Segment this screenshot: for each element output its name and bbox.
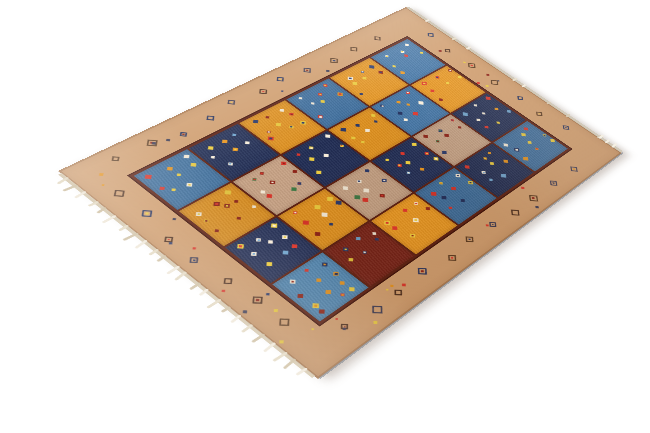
square-dot-motif xyxy=(289,126,293,129)
square-dot-motif xyxy=(355,195,360,199)
dot-center xyxy=(345,249,348,251)
square-dot-motif xyxy=(245,141,249,144)
square-dot-motif xyxy=(425,152,429,155)
square-dot-motif xyxy=(322,263,328,267)
dot-center xyxy=(273,224,276,226)
square-dot-motif xyxy=(528,141,532,144)
square-dot-motif xyxy=(303,221,309,225)
square-dot-motif xyxy=(393,65,396,67)
dot-center xyxy=(383,180,385,182)
square-dot-motif xyxy=(320,100,324,103)
square-dot-motif xyxy=(393,226,398,230)
motif-center xyxy=(306,69,308,70)
square-dot-motif xyxy=(324,154,329,157)
square-dot-motif xyxy=(314,205,320,209)
square-dot-motif xyxy=(289,113,293,116)
dot-center xyxy=(362,71,364,72)
square-dot-motif xyxy=(298,182,301,184)
square-dot-motif xyxy=(251,252,257,256)
square-dot-motif xyxy=(267,262,273,266)
border-speck xyxy=(486,224,489,226)
dot-center xyxy=(319,116,322,118)
square-dot-motif xyxy=(448,69,452,72)
dot-center xyxy=(252,253,255,255)
border-diamond-motif xyxy=(536,112,542,116)
motif-center xyxy=(333,60,335,62)
dot-center xyxy=(271,182,274,184)
square-dot-motif xyxy=(343,186,348,190)
square-dot-motif xyxy=(343,248,348,252)
square-dot-motif xyxy=(363,77,367,80)
dot-center xyxy=(365,189,368,191)
dot-center xyxy=(452,188,454,190)
dot-center xyxy=(393,66,395,67)
motif-center xyxy=(573,168,575,169)
dot-center xyxy=(301,122,304,124)
square-dot-motif xyxy=(456,174,461,177)
dot-center xyxy=(229,163,231,165)
border-diamond-motif xyxy=(228,100,235,105)
square-dot-motif xyxy=(224,204,230,208)
square-dot-motif xyxy=(504,160,509,164)
square-dot-motif xyxy=(363,198,368,202)
border-diamond-motif xyxy=(179,132,186,137)
square-dot-motif xyxy=(267,130,271,133)
border-diamond-motif xyxy=(466,236,474,242)
dot-center xyxy=(536,148,538,149)
dot-center xyxy=(464,113,467,115)
square-dot-motif xyxy=(237,244,244,248)
square-dot-motif xyxy=(293,170,297,173)
square-dot-motif xyxy=(397,164,401,167)
border-diamond-motif xyxy=(189,257,198,263)
border-speck xyxy=(281,90,283,92)
dot-center xyxy=(407,92,409,93)
square-dot-motif xyxy=(458,76,462,79)
square-dot-motif xyxy=(309,146,313,149)
square-dot-motif xyxy=(494,108,498,110)
border-speck xyxy=(463,62,466,64)
dot-center xyxy=(381,195,384,197)
square-dot-motif xyxy=(397,101,401,104)
border-diamond-motif xyxy=(111,156,119,161)
square-dot-motif xyxy=(349,258,353,261)
square-dot-motif xyxy=(361,141,364,143)
border-speck xyxy=(311,328,314,330)
dot-center xyxy=(257,239,260,241)
square-dot-motif xyxy=(191,163,197,167)
square-dot-motif xyxy=(412,142,417,145)
square-dot-motif xyxy=(375,238,378,241)
square-dot-motif xyxy=(490,162,494,165)
square-dot-motif xyxy=(234,200,238,203)
square-dot-motif xyxy=(374,120,378,123)
square-dot-motif xyxy=(360,93,363,95)
square-dot-motif xyxy=(406,92,410,95)
square-dot-motif xyxy=(316,278,321,282)
border-speck xyxy=(173,218,177,220)
square-dot-motif xyxy=(413,112,418,116)
dot-center xyxy=(482,171,484,173)
square-dot-motif xyxy=(521,133,526,136)
motif-center xyxy=(182,134,184,135)
border-speck xyxy=(486,74,489,76)
motif-center xyxy=(468,238,470,240)
square-dot-motif xyxy=(348,76,353,79)
square-dot-motif xyxy=(341,128,346,132)
dot-center xyxy=(169,168,172,170)
dot-center xyxy=(485,158,487,159)
square-dot-motif xyxy=(300,121,306,125)
square-dot-motif xyxy=(268,240,273,244)
border-diamond-motif xyxy=(330,58,338,63)
square-dot-motif xyxy=(297,294,302,298)
square-dot-motif xyxy=(403,209,407,212)
square-dot-motif xyxy=(196,212,202,216)
border-diamond-motif xyxy=(563,125,570,130)
border-diamond-motif xyxy=(224,278,233,284)
square-dot-motif xyxy=(385,159,388,161)
border-diamond-motif xyxy=(517,96,523,100)
border-speck xyxy=(169,242,173,245)
square-dot-motif xyxy=(450,119,453,121)
dot-center xyxy=(358,181,360,182)
border-diamond-motif xyxy=(529,195,538,201)
square-dot-motif xyxy=(451,187,456,191)
square-dot-motif xyxy=(401,51,405,53)
dot-center xyxy=(364,251,366,252)
dot-center xyxy=(508,111,510,112)
motif-center xyxy=(262,91,264,92)
border-diamond-motif xyxy=(395,290,402,296)
border-speck xyxy=(486,85,489,87)
square-dot-motif xyxy=(365,169,369,172)
square-dot-motif xyxy=(350,287,355,291)
motif-center xyxy=(552,182,554,184)
dot-center xyxy=(342,294,344,295)
border-speck xyxy=(386,289,389,291)
dot-center xyxy=(290,126,292,127)
square-dot-motif xyxy=(293,211,297,214)
square-dot-motif xyxy=(270,181,275,185)
square-dot-motif xyxy=(167,167,173,171)
border-diamond-motif xyxy=(448,255,456,261)
square-dot-motif xyxy=(507,110,511,113)
border-speck xyxy=(326,70,329,72)
border-speck xyxy=(335,318,338,320)
motif-center xyxy=(532,197,535,199)
square-dot-motif xyxy=(336,201,342,205)
square-dot-motif xyxy=(436,140,440,143)
border-speck xyxy=(243,310,248,313)
dot-center xyxy=(282,162,285,164)
motif-center xyxy=(256,299,259,301)
square-dot-motif xyxy=(309,157,314,161)
motif-center xyxy=(451,257,453,259)
square-dot-motif xyxy=(256,238,261,241)
square-dot-motif xyxy=(177,174,182,177)
square-dot-motif xyxy=(379,71,383,74)
border-speck xyxy=(342,328,345,330)
dot-center xyxy=(339,93,342,95)
square-dot-motif xyxy=(463,112,468,116)
dot-center xyxy=(423,83,426,85)
border-diamond-motif xyxy=(468,63,476,68)
border-speck xyxy=(166,139,170,142)
dot-center xyxy=(209,147,212,149)
dot-center xyxy=(239,245,242,247)
square-dot-motif xyxy=(439,98,443,101)
square-dot-motif xyxy=(355,124,359,127)
motif-center xyxy=(539,113,541,114)
square-dot-motif xyxy=(252,178,256,181)
border-speck xyxy=(402,284,406,287)
border-speck xyxy=(152,142,156,145)
dot-center xyxy=(457,175,459,177)
square-dot-motif xyxy=(439,182,442,184)
dot-center xyxy=(414,219,417,221)
border-diamond-motif xyxy=(252,297,263,305)
dot-center xyxy=(253,179,255,180)
square-dot-motif xyxy=(385,221,390,225)
border-speck xyxy=(266,293,270,296)
square-dot-motif xyxy=(187,183,193,187)
square-dot-motif xyxy=(543,134,547,136)
square-dot-motif xyxy=(460,199,464,202)
square-dot-motif xyxy=(341,293,345,296)
motif-center xyxy=(492,224,494,225)
square-dot-motif xyxy=(442,151,447,154)
square-dot-motif xyxy=(436,76,439,78)
square-dot-motif xyxy=(282,235,288,239)
border-diamond-motif xyxy=(445,49,451,53)
dot-center xyxy=(267,117,269,118)
border-speck xyxy=(192,247,196,249)
square-dot-motif xyxy=(305,269,309,272)
square-dot-motif xyxy=(442,196,447,200)
square-dot-motif xyxy=(420,168,424,171)
dot-center xyxy=(436,77,438,78)
border-speck xyxy=(374,321,378,324)
square-dot-motif xyxy=(523,127,527,130)
square-dot-motif xyxy=(213,201,219,205)
square-dot-motif xyxy=(318,115,323,119)
border-diamond-motif xyxy=(114,190,125,197)
square-dot-motif xyxy=(423,134,428,137)
border-diamond-motif xyxy=(279,318,289,326)
square-dot-motif xyxy=(382,179,387,182)
square-dot-motif xyxy=(340,145,343,147)
square-dot-motif xyxy=(283,251,289,255)
dot-center xyxy=(525,128,527,129)
motif-center xyxy=(193,259,196,261)
dot-center xyxy=(314,305,317,307)
dot-center xyxy=(188,184,191,186)
square-dot-motif xyxy=(291,187,296,191)
dot-center xyxy=(215,203,218,205)
border-diamond-motif xyxy=(276,77,283,82)
square-dot-motif xyxy=(296,153,300,156)
square-dot-motif xyxy=(311,102,315,105)
dot-center xyxy=(451,120,452,121)
dot-center xyxy=(291,280,294,282)
dot-center xyxy=(449,70,451,71)
dot-center xyxy=(299,295,302,297)
square-dot-motif xyxy=(326,290,331,294)
square-dot-motif xyxy=(380,194,385,198)
dot-center xyxy=(173,189,175,190)
square-dot-motif xyxy=(468,181,473,185)
dot-center xyxy=(323,264,326,266)
motif-center xyxy=(230,102,232,103)
dot-center xyxy=(350,259,352,261)
square-dot-motif xyxy=(266,194,271,198)
square-dot-motif xyxy=(333,272,339,276)
dot-center xyxy=(411,235,414,237)
dot-center xyxy=(270,241,273,243)
rug xyxy=(58,7,622,379)
dot-center xyxy=(398,165,400,166)
border-speck xyxy=(222,290,225,292)
border-speck xyxy=(521,187,524,189)
square-dot-motif xyxy=(312,303,318,308)
square-dot-motif xyxy=(474,104,477,106)
square-dot-motif xyxy=(353,82,357,85)
square-dot-motif xyxy=(145,175,152,179)
border-diamond-motif xyxy=(259,89,267,94)
dot-center xyxy=(325,85,327,86)
dot-center xyxy=(386,56,388,57)
square-dot-motif xyxy=(299,97,303,99)
motif-center xyxy=(145,212,148,214)
dot-center xyxy=(223,141,226,143)
border-speck xyxy=(280,340,285,343)
motif-center xyxy=(471,65,473,67)
square-dot-motif xyxy=(369,65,374,68)
dot-center xyxy=(381,105,383,106)
square-dot-motif xyxy=(233,148,238,152)
square-dot-motif xyxy=(228,162,233,165)
dot-center xyxy=(255,121,258,123)
square-dot-motif xyxy=(449,207,453,210)
border-diamond-motif xyxy=(489,222,496,227)
square-dot-motif xyxy=(401,152,405,155)
dot-center xyxy=(341,145,343,146)
dot-center xyxy=(293,245,296,247)
square-dot-motif xyxy=(266,116,270,118)
border-speck xyxy=(99,173,104,176)
square-dot-motif xyxy=(325,135,330,138)
dot-center xyxy=(437,141,439,142)
dot-center xyxy=(269,137,272,139)
dot-center xyxy=(316,206,319,208)
dot-center xyxy=(435,158,437,160)
dot-center xyxy=(386,222,389,224)
square-dot-motif xyxy=(321,212,327,216)
square-dot-motif xyxy=(204,220,208,223)
motif-center xyxy=(421,270,424,272)
square-dot-motif xyxy=(373,232,377,235)
square-dot-motif xyxy=(514,148,519,152)
dot-center xyxy=(319,93,321,94)
motif-center xyxy=(279,79,281,80)
motif-center xyxy=(565,127,567,128)
square-dot-motif xyxy=(281,161,286,165)
square-dot-motif xyxy=(352,137,356,140)
border-speck xyxy=(273,309,277,312)
square-dot-motif xyxy=(535,148,538,150)
dot-center xyxy=(450,207,452,208)
dot-center xyxy=(544,135,546,136)
square-dot-motif xyxy=(551,139,555,142)
square-dot-motif xyxy=(363,251,367,254)
dot-center xyxy=(426,153,428,155)
square-dot-motif xyxy=(160,186,165,189)
square-dot-motif xyxy=(183,155,189,159)
square-dot-motif xyxy=(477,118,481,121)
square-dot-motif xyxy=(260,190,265,193)
square-dot-motif xyxy=(406,103,409,105)
square-dot-motif xyxy=(340,281,345,285)
dot-center xyxy=(408,172,410,173)
border-diamond-motif xyxy=(511,209,519,215)
square-dot-motif xyxy=(319,309,325,313)
square-dot-motif xyxy=(501,174,506,178)
dot-center xyxy=(439,130,441,131)
square-dot-motif xyxy=(371,114,375,117)
square-dot-motif xyxy=(237,217,241,220)
dot-center xyxy=(415,203,417,204)
dot-center xyxy=(469,182,471,184)
square-dot-motif xyxy=(404,119,408,122)
border-diamond-motif xyxy=(142,210,153,217)
square-dot-motif xyxy=(484,157,488,160)
square-dot-motif xyxy=(232,133,236,135)
square-dot-motif xyxy=(404,54,408,57)
square-dot-motif xyxy=(458,126,461,128)
square-dot-motif xyxy=(215,229,219,232)
square-dot-motif xyxy=(503,143,508,146)
border-diamond-motif xyxy=(550,180,558,185)
square-dot-motif xyxy=(485,96,490,99)
square-dot-motif xyxy=(407,171,410,173)
square-dot-motif xyxy=(481,171,485,174)
dot-center xyxy=(299,183,301,184)
square-dot-motif xyxy=(276,123,281,127)
square-dot-motif xyxy=(357,180,361,183)
square-dot-motif xyxy=(420,52,423,54)
square-dot-motif xyxy=(253,120,258,124)
square-dot-motif xyxy=(484,126,488,129)
square-dot-motif xyxy=(337,92,342,96)
square-dot-motif xyxy=(444,134,449,137)
square-dot-motif xyxy=(400,71,405,74)
motif-center xyxy=(168,239,170,240)
dot-center xyxy=(478,119,480,120)
scene xyxy=(0,0,650,433)
dot-center xyxy=(380,71,382,73)
border-diamond-motif xyxy=(304,68,312,73)
square-dot-motif xyxy=(315,232,320,236)
border-diamond-motif xyxy=(427,33,433,37)
square-dot-motif xyxy=(497,122,500,124)
square-dot-motif xyxy=(268,136,274,140)
square-dot-motif xyxy=(422,82,427,86)
square-dot-motif xyxy=(329,223,333,226)
dot-center xyxy=(310,147,312,148)
square-dot-motif xyxy=(271,223,277,227)
border-diamond-motif xyxy=(206,116,214,121)
